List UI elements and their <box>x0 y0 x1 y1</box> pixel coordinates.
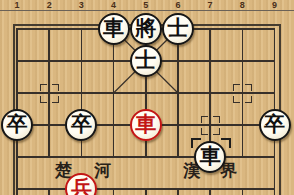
file-label-6: 6 <box>170 0 186 10</box>
point-marker-2-3-br <box>52 96 59 103</box>
piece-black-chariot-f4r1[interactable]: 車 <box>98 13 130 45</box>
point-marker-7-4-bl <box>201 128 208 135</box>
piece-black-soldier-f1r4[interactable]: 卒 <box>1 109 33 141</box>
point-marker-8-3-tl <box>233 84 240 91</box>
file-label-2: 2 <box>41 0 57 10</box>
file-coordinates-row: 123456789 <box>0 0 294 10</box>
file-label-4: 4 <box>106 0 122 10</box>
selection-bracket-tl <box>191 138 201 148</box>
point-marker-8-3-tr <box>245 84 252 91</box>
xiangqi-board[interactable]: 楚河 漢界 車將士士卒卒車卒車兵 <box>0 0 294 195</box>
point-marker-7-4-tr <box>213 116 220 123</box>
point-marker-2-3-tl <box>40 84 47 91</box>
file-label-3: 3 <box>73 0 89 10</box>
point-marker-7-4-br <box>213 128 220 135</box>
piece-black-advisor-f5r2[interactable]: 士 <box>130 45 162 77</box>
coordinate-separator-line <box>0 10 294 11</box>
file-label-5: 5 <box>138 0 154 10</box>
file-label-7: 7 <box>202 0 218 10</box>
piece-black-advisor-f6r1[interactable]: 士 <box>162 13 194 45</box>
piece-black-general-f5r1[interactable]: 將 <box>130 13 162 45</box>
piece-red-chariot-f5r4[interactable]: 車 <box>130 109 162 141</box>
point-marker-8-3-br <box>245 96 252 103</box>
point-marker-7-4-tl <box>201 116 208 123</box>
selection-bracket-tr <box>221 138 231 148</box>
point-marker-2-3-tr <box>52 84 59 91</box>
piece-black-soldier-f9r4[interactable]: 卒 <box>259 109 291 141</box>
file-label-8: 8 <box>234 0 250 10</box>
point-marker-8-3-bl <box>233 96 240 103</box>
xiangqi-app-window: 123456789 楚河 漢界 車將士士卒卒車卒車兵 <box>0 0 294 195</box>
point-marker-2-3-bl <box>40 96 47 103</box>
file-label-9: 9 <box>267 0 283 10</box>
river-label-chu-he: 楚河 <box>55 161 133 181</box>
file-label-1: 1 <box>9 0 25 10</box>
